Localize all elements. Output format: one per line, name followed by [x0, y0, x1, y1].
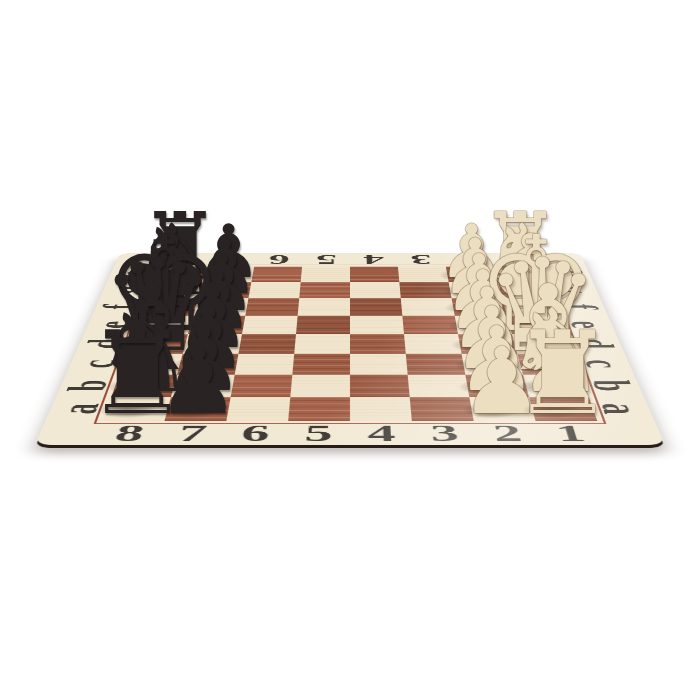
pieces-layer: ♜♟♟♜♞♟♟♞♝♟♟♝♚♟♟♚♛♟♟♛♝♟♟♝♞♟♟♞♜♟♟♜ — [0, 0, 700, 700]
piece-black-pawn-a7[interactable]: ♟ — [157, 335, 240, 427]
piece-white-rook-a1[interactable]: ♜ — [511, 317, 614, 432]
chessboard-photo: 8877665544332211hhggffeeddccbbaa ♜♟♟♜♞♟♟… — [0, 0, 700, 700]
